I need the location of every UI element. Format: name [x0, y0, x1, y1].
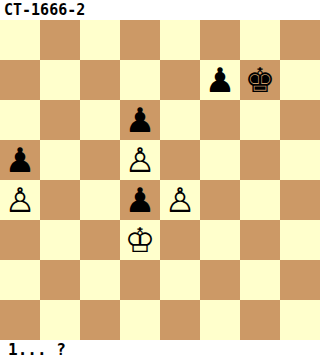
square-h8[interactable]: [280, 20, 320, 60]
square-g4[interactable]: [240, 180, 280, 220]
square-f8[interactable]: [200, 20, 240, 60]
square-e4[interactable]: ♙: [160, 180, 200, 220]
square-b2[interactable]: [40, 260, 80, 300]
piece-black-pawn: ♟: [5, 140, 35, 180]
square-f6[interactable]: [200, 100, 240, 140]
square-h3[interactable]: [280, 220, 320, 260]
square-b6[interactable]: [40, 100, 80, 140]
piece-black-king: ♚: [245, 60, 275, 100]
square-c2[interactable]: [80, 260, 120, 300]
square-d8[interactable]: [120, 20, 160, 60]
square-b1[interactable]: [40, 300, 80, 340]
square-a2[interactable]: [0, 260, 40, 300]
square-f4[interactable]: [200, 180, 240, 220]
square-h2[interactable]: [280, 260, 320, 300]
piece-black-pawn: ♟: [205, 60, 235, 100]
piece-white-pawn: ♙: [5, 180, 35, 220]
square-g5[interactable]: [240, 140, 280, 180]
square-d7[interactable]: [120, 60, 160, 100]
square-c8[interactable]: [80, 20, 120, 60]
square-c4[interactable]: [80, 180, 120, 220]
piece-white-pawn: ♙: [165, 180, 195, 220]
square-a4[interactable]: ♙: [0, 180, 40, 220]
square-h7[interactable]: [280, 60, 320, 100]
square-a7[interactable]: [0, 60, 40, 100]
square-g6[interactable]: [240, 100, 280, 140]
square-c6[interactable]: [80, 100, 120, 140]
piece-white-pawn: ♙: [125, 140, 155, 180]
square-g2[interactable]: [240, 260, 280, 300]
square-f7[interactable]: ♟: [200, 60, 240, 100]
square-g7[interactable]: ♚: [240, 60, 280, 100]
square-g1[interactable]: [240, 300, 280, 340]
square-e5[interactable]: [160, 140, 200, 180]
square-h4[interactable]: [280, 180, 320, 220]
square-b8[interactable]: [40, 20, 80, 60]
square-a1[interactable]: [0, 300, 40, 340]
square-e1[interactable]: [160, 300, 200, 340]
square-a8[interactable]: [0, 20, 40, 60]
square-c1[interactable]: [80, 300, 120, 340]
square-f3[interactable]: [200, 220, 240, 260]
square-h1[interactable]: [280, 300, 320, 340]
piece-white-king: ♔: [125, 220, 155, 260]
chess-board: ♟♚♟♟♙♙♟♙♔: [0, 20, 320, 340]
square-f2[interactable]: [200, 260, 240, 300]
square-a5[interactable]: ♟: [0, 140, 40, 180]
square-b7[interactable]: [40, 60, 80, 100]
square-b3[interactable]: [40, 220, 80, 260]
square-c3[interactable]: [80, 220, 120, 260]
square-h5[interactable]: [280, 140, 320, 180]
move-prompt: 1... ?: [0, 340, 320, 360]
square-b4[interactable]: [40, 180, 80, 220]
square-d6[interactable]: ♟: [120, 100, 160, 140]
square-a3[interactable]: [0, 220, 40, 260]
square-c5[interactable]: [80, 140, 120, 180]
square-g3[interactable]: [240, 220, 280, 260]
square-e3[interactable]: [160, 220, 200, 260]
piece-black-pawn: ♟: [125, 100, 155, 140]
square-d2[interactable]: [120, 260, 160, 300]
square-d4[interactable]: ♟: [120, 180, 160, 220]
square-d5[interactable]: ♙: [120, 140, 160, 180]
square-e7[interactable]: [160, 60, 200, 100]
piece-black-pawn: ♟: [125, 180, 155, 220]
square-a6[interactable]: [0, 100, 40, 140]
square-g8[interactable]: [240, 20, 280, 60]
square-e2[interactable]: [160, 260, 200, 300]
square-f1[interactable]: [200, 300, 240, 340]
square-f5[interactable]: [200, 140, 240, 180]
chess-puzzle-diagram: CT-1666-2 ♟♚♟♟♙♙♟♙♔ 1... ?: [0, 0, 320, 360]
square-d1[interactable]: [120, 300, 160, 340]
square-b5[interactable]: [40, 140, 80, 180]
square-c7[interactable]: [80, 60, 120, 100]
diagram-title: CT-1666-2: [0, 0, 320, 20]
square-d3[interactable]: ♔: [120, 220, 160, 260]
square-h6[interactable]: [280, 100, 320, 140]
square-e6[interactable]: [160, 100, 200, 140]
square-e8[interactable]: [160, 20, 200, 60]
